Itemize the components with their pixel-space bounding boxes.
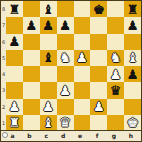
square-e1[interactable] bbox=[74, 115, 91, 131]
square-b7[interactable]: ♟ bbox=[23, 17, 40, 33]
square-b2[interactable] bbox=[23, 99, 40, 115]
black-bishop-c5[interactable]: ♝ bbox=[42, 51, 54, 64]
square-a3[interactable] bbox=[6, 82, 23, 98]
square-b6[interactable] bbox=[23, 34, 40, 50]
square-d1[interactable]: ♛ bbox=[57, 115, 74, 131]
square-g1[interactable] bbox=[107, 115, 124, 131]
square-h7[interactable]: ♟ bbox=[124, 17, 141, 33]
file-label-e: e bbox=[72, 132, 89, 139]
square-h4[interactable]: ♟ bbox=[124, 66, 141, 82]
square-f6[interactable] bbox=[90, 34, 107, 50]
square-e2[interactable] bbox=[74, 99, 91, 115]
file-label-b: b bbox=[21, 132, 38, 139]
black-pawn-a6[interactable]: ♟ bbox=[9, 35, 21, 48]
square-h8[interactable]: ♜ bbox=[124, 1, 141, 17]
square-d2[interactable] bbox=[57, 99, 74, 115]
white-pawn-e5[interactable]: ♟ bbox=[76, 51, 88, 64]
square-d5[interactable]: ♞ bbox=[57, 50, 74, 66]
square-g6[interactable] bbox=[107, 34, 124, 50]
square-g8[interactable] bbox=[107, 1, 124, 17]
square-a1[interactable]: ♜ bbox=[6, 115, 23, 131]
square-c1[interactable]: ♝ bbox=[40, 115, 57, 131]
square-h1[interactable]: ♚ bbox=[124, 115, 141, 131]
square-f5[interactable] bbox=[90, 50, 107, 66]
white-pawn-f2[interactable]: ♟ bbox=[93, 100, 105, 113]
white-pawn-c2[interactable]: ♟ bbox=[42, 100, 54, 113]
square-c4[interactable] bbox=[40, 66, 57, 82]
square-a5[interactable] bbox=[6, 50, 23, 66]
square-a2[interactable]: ♟ bbox=[6, 99, 23, 115]
square-a6[interactable]: ♟ bbox=[6, 34, 23, 50]
square-c5[interactable]: ♝ bbox=[40, 50, 57, 66]
square-a4[interactable] bbox=[6, 66, 23, 82]
square-b3[interactable] bbox=[23, 82, 40, 98]
black-queen-g3[interactable]: ♛ bbox=[110, 83, 122, 96]
square-c7[interactable]: ♟ bbox=[40, 17, 57, 33]
square-d6[interactable] bbox=[57, 34, 74, 50]
white-bishop-c1[interactable]: ♝ bbox=[42, 116, 54, 129]
black-bishop-c8[interactable]: ♝ bbox=[42, 2, 54, 15]
square-h2[interactable] bbox=[124, 99, 141, 115]
square-b4[interactable] bbox=[23, 66, 40, 82]
black-rook-a8[interactable]: ♜ bbox=[9, 2, 21, 15]
file-label-f: f bbox=[89, 132, 106, 139]
square-b5[interactable] bbox=[23, 50, 40, 66]
square-c6[interactable] bbox=[40, 34, 57, 50]
white-pawn-a2[interactable]: ♟ bbox=[9, 100, 21, 113]
square-d4[interactable] bbox=[57, 66, 74, 82]
square-f4[interactable] bbox=[90, 66, 107, 82]
white-bishop-h5[interactable]: ♝ bbox=[127, 51, 139, 64]
square-e5[interactable]: ♟ bbox=[74, 50, 91, 66]
square-f1[interactable] bbox=[90, 115, 107, 131]
square-g2[interactable] bbox=[107, 99, 124, 115]
square-a8[interactable]: ♜ bbox=[6, 1, 23, 17]
white-queen-d1[interactable]: ♛ bbox=[59, 116, 71, 129]
square-e7[interactable] bbox=[74, 17, 91, 33]
black-rook-h8[interactable]: ♜ bbox=[127, 2, 139, 15]
black-pawn-h7[interactable]: ♟ bbox=[127, 18, 139, 31]
chess-board-widget: 87654321 ♜♝♚♜♟♟♟♟♟♝♞♟♞♝♟♟♟♛♟♟♟♜♝♛♚ abcde… bbox=[0, 0, 142, 142]
square-d3[interactable]: ♟ bbox=[57, 82, 74, 98]
file-label-a: a bbox=[4, 132, 21, 139]
white-king-h1[interactable]: ♚ bbox=[127, 116, 139, 129]
black-pawn-b7[interactable]: ♟ bbox=[25, 18, 37, 31]
square-g4[interactable]: ♟ bbox=[107, 66, 124, 82]
file-label-g: g bbox=[105, 132, 122, 139]
white-knight-g5[interactable]: ♞ bbox=[110, 51, 122, 64]
chess-board[interactable]: ♜♝♚♜♟♟♟♟♟♝♞♟♞♝♟♟♟♛♟♟♟♜♝♛♚ bbox=[6, 1, 141, 131]
square-f2[interactable]: ♟ bbox=[90, 99, 107, 115]
black-pawn-d7[interactable]: ♟ bbox=[59, 18, 71, 31]
white-rook-a1[interactable]: ♜ bbox=[9, 116, 21, 129]
square-b8[interactable] bbox=[23, 1, 40, 17]
square-e6[interactable] bbox=[74, 34, 91, 50]
black-pawn-h4[interactable]: ♟ bbox=[127, 67, 139, 80]
square-g3[interactable]: ♛ bbox=[107, 82, 124, 98]
square-b1[interactable] bbox=[23, 115, 40, 131]
square-d8[interactable] bbox=[57, 1, 74, 17]
square-f3[interactable] bbox=[90, 82, 107, 98]
square-f7[interactable] bbox=[90, 17, 107, 33]
square-c8[interactable]: ♝ bbox=[40, 1, 57, 17]
square-g7[interactable] bbox=[107, 17, 124, 33]
square-e8[interactable] bbox=[74, 1, 91, 17]
square-e4[interactable] bbox=[74, 66, 91, 82]
square-g5[interactable]: ♞ bbox=[107, 50, 124, 66]
square-d7[interactable]: ♟ bbox=[57, 17, 74, 33]
white-knight-d5[interactable]: ♞ bbox=[59, 51, 71, 64]
black-king-f8[interactable]: ♚ bbox=[93, 2, 105, 15]
file-labels: abcdefgh bbox=[1, 130, 141, 141]
file-label-c: c bbox=[38, 132, 55, 139]
square-h6[interactable] bbox=[124, 34, 141, 50]
file-label-h: h bbox=[122, 132, 139, 139]
square-c2[interactable]: ♟ bbox=[40, 99, 57, 115]
white-pawn-d3[interactable]: ♟ bbox=[59, 83, 71, 96]
black-pawn-c7[interactable]: ♟ bbox=[42, 18, 54, 31]
square-a7[interactable] bbox=[6, 17, 23, 33]
square-f8[interactable]: ♚ bbox=[90, 1, 107, 17]
square-h3[interactable] bbox=[124, 82, 141, 98]
square-c3[interactable] bbox=[40, 82, 57, 98]
square-e3[interactable] bbox=[74, 82, 91, 98]
square-h5[interactable]: ♝ bbox=[124, 50, 141, 66]
white-pawn-g4[interactable]: ♟ bbox=[110, 67, 122, 80]
file-label-d: d bbox=[55, 132, 72, 139]
